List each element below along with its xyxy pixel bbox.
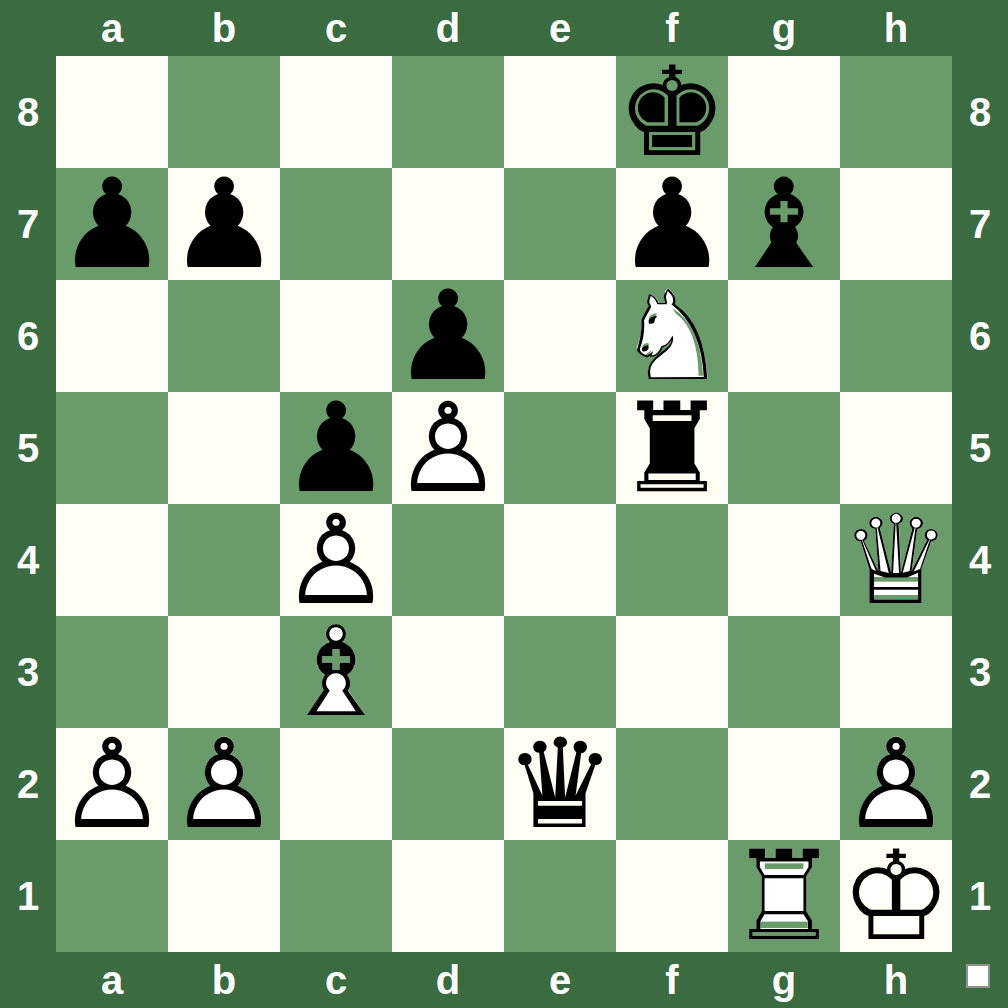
rank-label-4: 4 bbox=[952, 504, 1008, 616]
square-a7[interactable]: ♟ bbox=[56, 168, 168, 280]
square-b5[interactable] bbox=[168, 392, 280, 504]
file-label-h: h bbox=[840, 0, 952, 56]
square-h1[interactable]: ♚♔ bbox=[840, 840, 952, 952]
rank-label-3: 3 bbox=[952, 616, 1008, 728]
square-a3[interactable] bbox=[56, 616, 168, 728]
rank-label-1: 1 bbox=[0, 840, 56, 952]
file-label-d: d bbox=[392, 952, 504, 1008]
black-pawn-b7[interactable]: ♟ bbox=[168, 168, 280, 280]
white-pawn-b2[interactable]: ♟♙ bbox=[168, 728, 280, 840]
black-pawn-a7[interactable]: ♟ bbox=[56, 168, 168, 280]
square-c1[interactable] bbox=[280, 840, 392, 952]
white-queen-outline: ♕ bbox=[840, 504, 952, 616]
rank-label-5: 5 bbox=[0, 392, 56, 504]
black-king-glyph: ♚ bbox=[616, 56, 728, 168]
white-knight-f6[interactable]: ♞♘ bbox=[616, 280, 728, 392]
white-pawn-a2[interactable]: ♟♙ bbox=[56, 728, 168, 840]
black-pawn-glyph: ♟ bbox=[168, 168, 280, 280]
white-queen-glyph: ♛ bbox=[840, 504, 952, 616]
square-g5[interactable] bbox=[728, 392, 840, 504]
black-bishop-g7[interactable]: ♝ bbox=[728, 168, 840, 280]
square-f2[interactable] bbox=[616, 728, 728, 840]
square-b8[interactable] bbox=[168, 56, 280, 168]
square-a1[interactable] bbox=[56, 840, 168, 952]
rank-label-6: 6 bbox=[0, 280, 56, 392]
file-label-e: e bbox=[504, 952, 616, 1008]
rank-label-7: 7 bbox=[952, 168, 1008, 280]
square-b3[interactable] bbox=[168, 616, 280, 728]
black-pawn-glyph: ♟ bbox=[280, 392, 392, 504]
rank-label-1: 1 bbox=[952, 840, 1008, 952]
square-e2[interactable]: ♛ bbox=[504, 728, 616, 840]
square-c4[interactable]: ♟♙ bbox=[280, 504, 392, 616]
file-labels-bottom: abcdefgh bbox=[56, 952, 952, 1008]
file-label-g: g bbox=[728, 0, 840, 56]
black-pawn-glyph: ♟ bbox=[616, 168, 728, 280]
white-bishop-outline: ♗ bbox=[280, 616, 392, 728]
square-g8[interactable] bbox=[728, 56, 840, 168]
white-pawn-glyph: ♟ bbox=[168, 728, 280, 840]
square-g1[interactable]: ♜♖ bbox=[728, 840, 840, 952]
square-a5[interactable] bbox=[56, 392, 168, 504]
black-pawn-d6[interactable]: ♟ bbox=[392, 280, 504, 392]
square-d4[interactable] bbox=[392, 504, 504, 616]
square-h7[interactable] bbox=[840, 168, 952, 280]
rank-label-8: 8 bbox=[952, 56, 1008, 168]
rank-label-7: 7 bbox=[0, 168, 56, 280]
square-e8[interactable] bbox=[504, 56, 616, 168]
square-a8[interactable] bbox=[56, 56, 168, 168]
square-f7[interactable]: ♟ bbox=[616, 168, 728, 280]
white-pawn-outline: ♙ bbox=[280, 504, 392, 616]
white-bishop-glyph: ♝ bbox=[280, 616, 392, 728]
square-h8[interactable] bbox=[840, 56, 952, 168]
white-queen-h4[interactable]: ♛♕ bbox=[840, 504, 952, 616]
black-pawn-f7[interactable]: ♟ bbox=[616, 168, 728, 280]
white-king-outline: ♔ bbox=[840, 840, 952, 952]
white-pawn-d5[interactable]: ♟♙ bbox=[392, 392, 504, 504]
square-c7[interactable] bbox=[280, 168, 392, 280]
white-pawn-glyph: ♟ bbox=[56, 728, 168, 840]
square-e5[interactable] bbox=[504, 392, 616, 504]
rank-labels-left: 87654321 bbox=[0, 56, 56, 952]
white-king-h1[interactable]: ♚♔ bbox=[840, 840, 952, 952]
square-a4[interactable] bbox=[56, 504, 168, 616]
file-label-d: d bbox=[392, 0, 504, 56]
square-e3[interactable] bbox=[504, 616, 616, 728]
square-f1[interactable] bbox=[616, 840, 728, 952]
white-to-move-indicator bbox=[966, 964, 990, 988]
rank-label-2: 2 bbox=[0, 728, 56, 840]
square-c3[interactable]: ♝♗ bbox=[280, 616, 392, 728]
white-pawn-outline: ♙ bbox=[168, 728, 280, 840]
square-b7[interactable]: ♟ bbox=[168, 168, 280, 280]
square-h2[interactable]: ♟♙ bbox=[840, 728, 952, 840]
black-rook-f5[interactable]: ♜ bbox=[616, 392, 728, 504]
white-pawn-outline: ♙ bbox=[392, 392, 504, 504]
square-g6[interactable] bbox=[728, 280, 840, 392]
file-label-g: g bbox=[728, 952, 840, 1008]
square-e7[interactable] bbox=[504, 168, 616, 280]
file-label-c: c bbox=[280, 952, 392, 1008]
square-c2[interactable] bbox=[280, 728, 392, 840]
white-knight-outline: ♘ bbox=[616, 280, 728, 392]
file-label-b: b bbox=[168, 0, 280, 56]
file-label-c: c bbox=[280, 0, 392, 56]
black-queen-glyph: ♛ bbox=[504, 728, 616, 840]
file-label-a: a bbox=[56, 0, 168, 56]
square-h4[interactable]: ♛♕ bbox=[840, 504, 952, 616]
black-pawn-glyph: ♟ bbox=[56, 168, 168, 280]
square-b4[interactable] bbox=[168, 504, 280, 616]
white-knight-glyph: ♞ bbox=[616, 280, 728, 392]
white-rook-g1[interactable]: ♜♖ bbox=[728, 840, 840, 952]
square-g2[interactable] bbox=[728, 728, 840, 840]
square-c5[interactable]: ♟ bbox=[280, 392, 392, 504]
square-b2[interactable]: ♟♙ bbox=[168, 728, 280, 840]
white-pawn-outline: ♙ bbox=[840, 728, 952, 840]
square-g3[interactable] bbox=[728, 616, 840, 728]
square-d2[interactable] bbox=[392, 728, 504, 840]
white-rook-outline: ♖ bbox=[728, 840, 840, 952]
file-labels-top: abcdefgh bbox=[56, 0, 952, 56]
square-h3[interactable] bbox=[840, 616, 952, 728]
rank-label-4: 4 bbox=[0, 504, 56, 616]
square-g7[interactable]: ♝ bbox=[728, 168, 840, 280]
black-pawn-c5[interactable]: ♟ bbox=[280, 392, 392, 504]
square-e6[interactable] bbox=[504, 280, 616, 392]
file-label-e: e bbox=[504, 0, 616, 56]
rank-label-6: 6 bbox=[952, 280, 1008, 392]
square-d5[interactable]: ♟♙ bbox=[392, 392, 504, 504]
rank-label-3: 3 bbox=[0, 616, 56, 728]
black-bishop-glyph: ♝ bbox=[728, 168, 840, 280]
square-f4[interactable] bbox=[616, 504, 728, 616]
rank-label-8: 8 bbox=[0, 56, 56, 168]
file-label-f: f bbox=[616, 952, 728, 1008]
square-h6[interactable] bbox=[840, 280, 952, 392]
square-e4[interactable] bbox=[504, 504, 616, 616]
black-rook-glyph: ♜ bbox=[616, 392, 728, 504]
square-d8[interactable] bbox=[392, 56, 504, 168]
square-c6[interactable] bbox=[280, 280, 392, 392]
square-d7[interactable] bbox=[392, 168, 504, 280]
file-label-a: a bbox=[56, 952, 168, 1008]
white-pawn-h2[interactable]: ♟♙ bbox=[840, 728, 952, 840]
file-label-h: h bbox=[840, 952, 952, 1008]
square-g4[interactable] bbox=[728, 504, 840, 616]
file-label-b: b bbox=[168, 952, 280, 1008]
white-pawn-c4[interactable]: ♟♙ bbox=[280, 504, 392, 616]
rank-label-5: 5 bbox=[952, 392, 1008, 504]
square-d1[interactable] bbox=[392, 840, 504, 952]
white-pawn-outline: ♙ bbox=[56, 728, 168, 840]
square-f8[interactable]: ♚ bbox=[616, 56, 728, 168]
white-king-glyph: ♚ bbox=[840, 840, 952, 952]
white-rook-glyph: ♜ bbox=[728, 840, 840, 952]
square-b6[interactable] bbox=[168, 280, 280, 392]
white-bishop-c3[interactable]: ♝♗ bbox=[280, 616, 392, 728]
white-pawn-glyph: ♟ bbox=[840, 728, 952, 840]
square-a2[interactable]: ♟♙ bbox=[56, 728, 168, 840]
rank-labels-right: 87654321 bbox=[952, 56, 1008, 952]
chess-board: ♚♟♟♟♝♟♞♘♟♟♙♜♟♙♛♕♝♗♟♙♟♙♛♟♙♜♖♚♔ bbox=[56, 56, 952, 952]
black-queen-e2[interactable]: ♛ bbox=[504, 728, 616, 840]
square-h5[interactable] bbox=[840, 392, 952, 504]
square-b1[interactable] bbox=[168, 840, 280, 952]
square-d3[interactable] bbox=[392, 616, 504, 728]
file-label-f: f bbox=[616, 0, 728, 56]
square-f3[interactable] bbox=[616, 616, 728, 728]
square-e1[interactable] bbox=[504, 840, 616, 952]
square-a6[interactable] bbox=[56, 280, 168, 392]
square-d6[interactable]: ♟ bbox=[392, 280, 504, 392]
white-pawn-glyph: ♟ bbox=[280, 504, 392, 616]
black-king-f8[interactable]: ♚ bbox=[616, 56, 728, 168]
white-pawn-glyph: ♟ bbox=[392, 392, 504, 504]
black-pawn-glyph: ♟ bbox=[392, 280, 504, 392]
square-f5[interactable]: ♜ bbox=[616, 392, 728, 504]
square-c8[interactable] bbox=[280, 56, 392, 168]
rank-label-2: 2 bbox=[952, 728, 1008, 840]
square-f6[interactable]: ♞♘ bbox=[616, 280, 728, 392]
